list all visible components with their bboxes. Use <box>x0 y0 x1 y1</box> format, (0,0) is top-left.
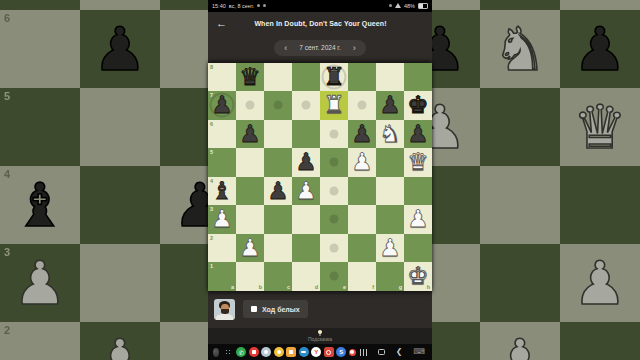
square-b3 <box>80 244 160 322</box>
square-g2[interactable]: ♟ <box>376 234 404 263</box>
black-pawn: ♟ <box>80 10 160 88</box>
square-b4 <box>80 166 160 244</box>
system-app-icon[interactable] <box>213 348 219 357</box>
back-arrow-icon[interactable]: ← <box>216 18 227 29</box>
date-pill: ‹ 7 сент. 2024 г. › <box>274 40 365 56</box>
square-f5[interactable]: ♟ <box>348 148 376 177</box>
square-g5 <box>480 88 560 166</box>
square-f3[interactable] <box>348 205 376 234</box>
black-bishop[interactable]: ♝ <box>208 177 236 206</box>
square-c7[interactable] <box>264 91 292 120</box>
square-a4[interactable]: 4♝ <box>208 177 236 206</box>
capture-ring[interactable] <box>322 64 347 89</box>
square-d6[interactable] <box>292 120 320 149</box>
white-pawn[interactable]: ♟ <box>404 205 432 234</box>
file-label: e <box>343 284 346 290</box>
phone-screenshot: 15:40 вс, 8 сент. 48% ← When In Doubt, D… <box>208 0 432 360</box>
square-c3[interactable] <box>264 205 292 234</box>
file-label: g <box>399 284 402 290</box>
square-g7[interactable]: ♟ <box>376 91 404 120</box>
legal-move-dot[interactable] <box>330 243 339 252</box>
white-pawn[interactable]: ♟ <box>236 234 264 263</box>
file-label: d <box>315 284 318 290</box>
status-notification-icon <box>257 4 260 7</box>
square-g4[interactable] <box>376 177 404 206</box>
square-a2[interactable]: 2 <box>208 234 236 263</box>
square-e6[interactable] <box>320 120 348 149</box>
square-e1[interactable]: e <box>320 262 348 291</box>
square-g2: ♟ <box>480 322 560 360</box>
recents-button[interactable] <box>360 349 368 356</box>
square-b3[interactable] <box>236 205 264 234</box>
legal-move-dot[interactable] <box>358 101 367 110</box>
white-pawn[interactable]: ♟ <box>348 148 376 177</box>
square-h6: ♟ <box>560 10 640 88</box>
white-pawn[interactable]: ♟ <box>292 177 320 206</box>
legal-move-dot[interactable] <box>330 158 339 167</box>
white-knight[interactable]: ♞ <box>376 120 404 149</box>
white-pawn[interactable]: ♟ <box>376 234 404 263</box>
square-h7[interactable]: ♚ <box>404 91 432 120</box>
square-a6: 6 <box>0 10 80 88</box>
square-e8[interactable]: ♜ <box>320 63 348 92</box>
white-pawn[interactable]: ♟ <box>208 205 236 234</box>
square-g7: ♟ <box>480 0 560 10</box>
square-h7: ♚ <box>560 0 640 10</box>
square-a8[interactable]: 8 <box>208 63 236 92</box>
screen: 8♛♜7♟♜♟♚6♟♟♞♟5♟♟♛4♝♟♟3♟♟2♟♟1♚ 15:40 вс, … <box>0 0 640 360</box>
status-time: 15:40 <box>212 3 226 9</box>
white-pawn: ♟ <box>480 322 560 360</box>
black-pawn[interactable]: ♟ <box>376 91 404 120</box>
white-king[interactable]: ♚ <box>404 262 432 291</box>
app-drawer-icon[interactable] <box>225 349 230 356</box>
rank-label: 6 <box>210 121 213 127</box>
square-b2: ♟ <box>80 322 160 360</box>
square-f6[interactable]: ♟ <box>348 120 376 149</box>
rank-label: 2 <box>210 235 213 241</box>
white-pawn: ♟ <box>0 244 80 322</box>
square-g3 <box>480 244 560 322</box>
file-label: f <box>372 284 374 290</box>
turn-indicator: Ход белых <box>243 300 308 318</box>
square-e2[interactable] <box>320 234 348 263</box>
square-e5[interactable] <box>320 148 348 177</box>
black-pawn[interactable]: ♟ <box>348 120 376 149</box>
square-h5[interactable]: ♛ <box>404 148 432 177</box>
status-bar: 15:40 вс, 8 сент. 48% <box>208 0 432 12</box>
legal-move-dot[interactable] <box>302 101 311 110</box>
square-a7[interactable]: 7♟ <box>208 91 236 120</box>
black-king: ♚ <box>560 0 640 10</box>
square-g3[interactable] <box>376 205 404 234</box>
square-e3[interactable] <box>320 205 348 234</box>
white-pawn: ♟ <box>560 244 640 322</box>
square-g1[interactable]: g <box>376 262 404 291</box>
camera-app-icon[interactable] <box>324 347 334 357</box>
hint-label: Подсказка <box>308 336 332 342</box>
square-a1[interactable]: 1a <box>208 262 236 291</box>
square-d7[interactable] <box>292 91 320 120</box>
legal-move-dot[interactable] <box>330 129 339 138</box>
white-to-move-icon <box>251 306 257 312</box>
square-d3[interactable] <box>292 205 320 234</box>
white-knight: ♞ <box>480 10 560 88</box>
phone-app-icon[interactable]: ✆ <box>236 347 246 357</box>
home-button[interactable] <box>378 349 385 356</box>
telegram-app-icon[interactable] <box>299 347 309 357</box>
rank-label: 5 <box>210 149 213 155</box>
messages-app-icon[interactable] <box>261 347 271 357</box>
status-date: вс, 8 сент. <box>229 3 255 9</box>
square-d5[interactable]: ♟ <box>292 148 320 177</box>
legal-move-dot[interactable] <box>330 215 339 224</box>
puzzle-date[interactable]: 7 сент. 2024 г. <box>299 44 340 51</box>
battery-percent: 48% <box>404 3 415 9</box>
mute-icon <box>389 4 392 7</box>
yandex-app-icon[interactable]: Y <box>311 347 321 357</box>
square-h3: ♟ <box>560 244 640 322</box>
black-pawn: ♟ <box>0 0 80 10</box>
file-label: b <box>259 284 262 290</box>
black-pawn[interactable]: ♟ <box>292 148 320 177</box>
square-a3: 3♟ <box>0 244 80 322</box>
square-e7[interactable]: ♜ <box>320 91 348 120</box>
browser-app-icon[interactable]: S <box>336 347 346 357</box>
square-a3[interactable]: 3♟ <box>208 205 236 234</box>
date-navigation: ‹ 7 сент. 2024 г. › <box>208 35 432 60</box>
square-c1[interactable]: c <box>264 262 292 291</box>
wifi-icon <box>395 3 401 8</box>
turn-label: Ход белых <box>262 306 300 313</box>
square-a2: 2 <box>0 322 80 360</box>
square-b8[interactable]: ♛ <box>236 63 264 92</box>
legal-move-dot[interactable] <box>246 101 255 110</box>
square-b7[interactable] <box>236 91 264 120</box>
square-a4: 4♝ <box>0 166 80 244</box>
square-b4[interactable] <box>236 177 264 206</box>
square-a7: 7♟ <box>0 0 80 10</box>
square-a6[interactable]: 6 <box>208 120 236 149</box>
black-pawn: ♟ <box>560 10 640 88</box>
square-h5: ♛ <box>560 88 640 166</box>
square-h4 <box>560 166 640 244</box>
square-h2[interactable] <box>404 234 432 263</box>
puzzle-title: When In Doubt, Don't Sac Your Queen! <box>227 20 424 27</box>
legal-move-dot[interactable] <box>274 101 283 110</box>
square-b5[interactable] <box>236 148 264 177</box>
square-d8[interactable] <box>292 63 320 92</box>
square-h2 <box>560 322 640 360</box>
square-b6: ♟ <box>80 10 160 88</box>
square-b6[interactable]: ♟ <box>236 120 264 149</box>
square-c6[interactable] <box>264 120 292 149</box>
square-f4[interactable] <box>348 177 376 206</box>
rank-label: 2 <box>4 324 10 336</box>
app-header: ← When In Doubt, Don't Sac Your Queen! <box>208 12 432 35</box>
black-queen[interactable]: ♛ <box>236 63 264 92</box>
next-day-button[interactable]: › <box>353 43 356 53</box>
white-pawn: ♟ <box>80 322 160 360</box>
square-b5 <box>80 88 160 166</box>
square-g6: ♞ <box>480 10 560 88</box>
avatar[interactable] <box>214 299 235 320</box>
square-b7 <box>80 0 160 10</box>
gallery-app-icon[interactable] <box>286 347 296 357</box>
square-h6[interactable]: ♟ <box>404 120 432 149</box>
square-f2[interactable] <box>348 234 376 263</box>
keyboard-icon[interactable]: ⌨ <box>413 348 425 356</box>
square-c4[interactable]: ♟ <box>264 177 292 206</box>
black-pawn[interactable]: ♟ <box>236 120 264 149</box>
square-a5: 5 <box>0 88 80 166</box>
red-app-icon[interactable] <box>249 347 259 357</box>
square-c8[interactable] <box>264 63 292 92</box>
square-b1[interactable]: b <box>236 262 264 291</box>
battery-icon <box>418 3 428 9</box>
white-queen[interactable]: ♛ <box>404 148 432 177</box>
square-g8[interactable] <box>376 63 404 92</box>
black-bishop: ♝ <box>0 166 80 244</box>
square-e4[interactable] <box>320 177 348 206</box>
square-f1[interactable]: f <box>348 262 376 291</box>
white-rook[interactable]: ♜ <box>320 91 348 120</box>
square-g6[interactable]: ♞ <box>376 120 404 149</box>
square-h8[interactable] <box>404 63 432 92</box>
file-label: a <box>231 284 234 290</box>
black-pawn[interactable]: ♟ <box>404 120 432 149</box>
legal-move-dot[interactable] <box>330 272 339 281</box>
rank-label: 5 <box>4 90 10 102</box>
android-taskbar: ✆YS ❮ ⌨ <box>208 344 432 360</box>
chess-board[interactable]: 8♛♜7♟♜♟♚6♟♟♞♟5♟♟♛4♝♟♟3♟♟2♟♟1abcdefgh♚ <box>208 63 432 291</box>
yellow-app-icon[interactable] <box>274 347 284 357</box>
square-f8[interactable] <box>348 63 376 92</box>
maps-pin-icon[interactable] <box>349 349 356 356</box>
square-h1[interactable]: h♚ <box>404 262 432 291</box>
square-b2[interactable]: ♟ <box>236 234 264 263</box>
hint-lightbulb-icon <box>318 330 322 334</box>
square-d1[interactable]: d <box>292 262 320 291</box>
square-a5[interactable]: 5 <box>208 148 236 177</box>
back-button[interactable]: ❮ <box>396 348 403 356</box>
square-c5[interactable] <box>264 148 292 177</box>
rank-label: 8 <box>210 64 213 70</box>
status-notification-icon <box>263 4 266 7</box>
square-g4 <box>480 166 560 244</box>
legal-move-dot[interactable] <box>330 186 339 195</box>
square-d2[interactable] <box>292 234 320 263</box>
square-g5[interactable] <box>376 148 404 177</box>
square-f7[interactable] <box>348 91 376 120</box>
black-pawn: ♟ <box>480 0 560 10</box>
rank-label: 1 <box>210 263 213 269</box>
square-h4[interactable] <box>404 177 432 206</box>
black-king[interactable]: ♚ <box>404 91 432 120</box>
rank-label: 6 <box>4 12 10 24</box>
capture-ring[interactable] <box>210 93 235 118</box>
hint-bar[interactable]: Подсказка <box>208 328 432 345</box>
square-h3[interactable]: ♟ <box>404 205 432 234</box>
square-d4[interactable]: ♟ <box>292 177 320 206</box>
white-queen: ♛ <box>560 88 640 166</box>
black-pawn[interactable]: ♟ <box>264 177 292 206</box>
file-label: c <box>287 284 290 290</box>
player-bar: Ход белых <box>208 291 432 328</box>
prev-day-button[interactable]: ‹ <box>284 43 287 53</box>
square-c2[interactable] <box>264 234 292 263</box>
